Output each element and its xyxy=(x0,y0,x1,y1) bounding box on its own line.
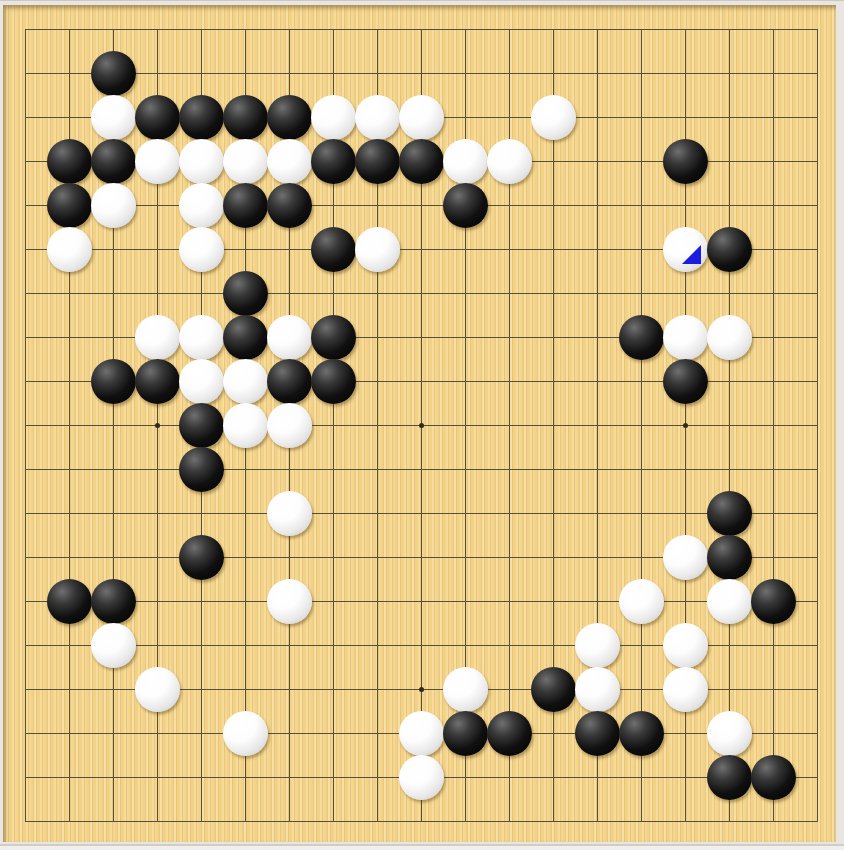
white-stone xyxy=(179,359,224,404)
white-stone xyxy=(223,359,268,404)
white-stone xyxy=(223,403,268,448)
black-stone xyxy=(179,403,224,448)
black-stone xyxy=(751,755,796,800)
white-stone xyxy=(223,139,268,184)
white-stone xyxy=(91,623,136,668)
window-bottom-strip xyxy=(0,844,844,850)
white-stone xyxy=(179,315,224,360)
black-stone xyxy=(47,579,92,624)
white-stone xyxy=(355,95,400,140)
black-stone xyxy=(707,535,752,580)
black-stone xyxy=(487,711,532,756)
black-stone xyxy=(179,447,224,492)
white-stone xyxy=(267,579,312,624)
black-stone xyxy=(223,315,268,360)
star-point xyxy=(419,423,424,428)
white-stone xyxy=(179,183,224,228)
black-stone xyxy=(91,359,136,404)
black-stone xyxy=(311,359,356,404)
white-stone xyxy=(443,139,488,184)
black-stone xyxy=(267,183,312,228)
star-point xyxy=(683,423,688,428)
white-stone xyxy=(707,579,752,624)
black-stone xyxy=(47,183,92,228)
star-point xyxy=(155,423,160,428)
black-stone xyxy=(751,579,796,624)
black-stone xyxy=(399,139,444,184)
board-grid xyxy=(25,29,818,822)
last-move-marker xyxy=(682,245,701,264)
black-stone xyxy=(663,139,708,184)
white-stone xyxy=(707,711,752,756)
white-stone xyxy=(619,579,664,624)
white-stone xyxy=(223,711,268,756)
white-stone xyxy=(663,623,708,668)
white-stone xyxy=(91,183,136,228)
black-stone xyxy=(311,315,356,360)
black-stone xyxy=(91,51,136,96)
black-stone xyxy=(179,535,224,580)
black-stone xyxy=(311,139,356,184)
black-stone xyxy=(267,95,312,140)
black-stone xyxy=(91,139,136,184)
black-stone xyxy=(355,139,400,184)
white-stone xyxy=(47,227,92,272)
black-stone xyxy=(575,711,620,756)
white-stone xyxy=(487,139,532,184)
black-stone xyxy=(91,579,136,624)
black-stone xyxy=(619,711,664,756)
white-stone xyxy=(91,95,136,140)
star-point xyxy=(419,687,424,692)
black-stone xyxy=(223,183,268,228)
white-stone xyxy=(135,667,180,712)
screenshot-root: { "game": "go", "window": { "background_… xyxy=(0,0,844,850)
black-stone xyxy=(179,95,224,140)
white-stone xyxy=(663,667,708,712)
black-stone xyxy=(47,139,92,184)
white-stone xyxy=(135,315,180,360)
white-stone xyxy=(267,491,312,536)
white-stone xyxy=(267,139,312,184)
white-stone xyxy=(267,403,312,448)
black-stone xyxy=(135,95,180,140)
white-stone xyxy=(663,535,708,580)
black-stone xyxy=(443,711,488,756)
white-stone xyxy=(267,315,312,360)
black-stone xyxy=(223,95,268,140)
black-stone xyxy=(707,227,752,272)
white-stone xyxy=(179,227,224,272)
white-stone xyxy=(707,315,752,360)
black-stone xyxy=(267,359,312,404)
white-stone xyxy=(135,139,180,184)
white-stone xyxy=(311,95,356,140)
black-stone xyxy=(663,359,708,404)
black-stone xyxy=(311,227,356,272)
white-stone xyxy=(443,667,488,712)
black-stone xyxy=(707,491,752,536)
black-stone xyxy=(223,271,268,316)
app-window xyxy=(0,0,844,850)
white-stone xyxy=(399,95,444,140)
white-stone xyxy=(399,711,444,756)
white-stone xyxy=(531,95,576,140)
black-stone xyxy=(443,183,488,228)
go-board[interactable] xyxy=(3,5,836,842)
white-stone xyxy=(575,667,620,712)
white-stone xyxy=(355,227,400,272)
black-stone xyxy=(531,667,576,712)
white-stone xyxy=(575,623,620,668)
white-stone xyxy=(399,755,444,800)
white-stone xyxy=(663,315,708,360)
black-stone xyxy=(135,359,180,404)
black-stone xyxy=(707,755,752,800)
white-stone xyxy=(663,227,708,272)
black-stone xyxy=(619,315,664,360)
white-stone xyxy=(179,139,224,184)
